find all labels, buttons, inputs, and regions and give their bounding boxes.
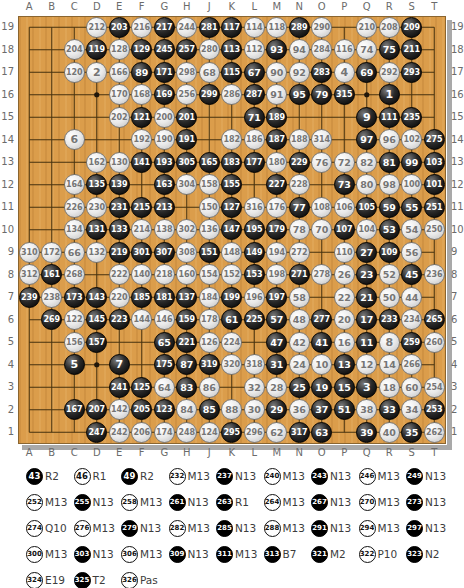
caption-move-point: N13 — [235, 470, 256, 482]
row-label-left-6: 6 — [0, 315, 14, 325]
stone-P16: 315 — [334, 84, 355, 105]
col-label-bottom-J: J — [201, 448, 217, 458]
black-move-number-badge: 237 — [216, 468, 233, 485]
black-move-number-badge: 255 — [74, 494, 91, 511]
stone-G4: 175 — [154, 354, 175, 375]
stone-G10: 138 — [154, 219, 175, 240]
stone-K17: 115 — [221, 62, 242, 83]
caption-move-297: 297N13 — [406, 520, 454, 537]
stone-M11: 176 — [266, 197, 287, 218]
black-move-number-badge: 323 — [406, 546, 423, 563]
caption-move-point: P10 — [378, 548, 398, 560]
stone-J3: 86 — [199, 377, 220, 398]
stone-O11: 108 — [311, 197, 332, 218]
row-label-right-9: 9 — [451, 247, 464, 257]
caption-move-267: 267N13 — [311, 494, 359, 511]
white-move-number-badge: 294 — [359, 520, 376, 537]
row-label-right-3: 3 — [451, 382, 464, 392]
stone-F9: 301 — [131, 242, 152, 263]
caption-move-point: N13 — [140, 522, 161, 534]
stone-R15: 111 — [379, 107, 400, 128]
col-label-bottom-N: N — [291, 448, 307, 458]
stone-G7: 181 — [154, 287, 175, 308]
white-move-number-badge: 264 — [264, 494, 281, 511]
caption-move-point: M13 — [283, 470, 305, 482]
row-label-left-16: 16 — [0, 90, 14, 100]
black-move-number-badge: 285 — [216, 520, 233, 537]
stone-N18: 94 — [289, 39, 310, 60]
stone-H7: 137 — [176, 287, 197, 308]
row-label-right-16: 16 — [451, 90, 464, 100]
black-move-number-badge: 261 — [169, 494, 186, 511]
stone-P18: 116 — [334, 39, 355, 60]
caption-move-306: 306M13 — [121, 546, 169, 563]
caption-move-point: M13 — [283, 522, 305, 534]
black-move-number-badge: 313 — [264, 546, 281, 563]
stone-C9: 66 — [64, 242, 85, 263]
stone-F19: 216 — [131, 17, 152, 38]
row-label-left-10: 10 — [0, 225, 14, 235]
caption-move-264: 264M13 — [264, 494, 312, 511]
stone-N13: 229 — [289, 152, 310, 173]
caption-move-243: 243N13 — [311, 468, 359, 485]
stone-R3: 18 — [379, 377, 400, 398]
row-label-right-5: 5 — [451, 337, 464, 347]
caption-move-294: 294M13 — [359, 520, 407, 537]
white-move-number-badge: 326 — [121, 572, 138, 588]
caption-move-258: 258M13 — [121, 494, 169, 511]
stone-J10: 136 — [199, 219, 220, 240]
white-move-number-badge: 276 — [74, 520, 91, 537]
row-label-right-7: 7 — [451, 292, 464, 302]
caption-move-point: B7 — [283, 548, 297, 560]
stone-R5: 8 — [379, 332, 400, 353]
stone-L3: 32 — [244, 377, 265, 398]
caption-move-252: 252M13 — [26, 494, 74, 511]
stone-G19: 217 — [154, 17, 175, 38]
stone-C18: 204 — [64, 39, 85, 60]
stone-G8: 218 — [154, 264, 175, 285]
stone-F7: 185 — [131, 287, 152, 308]
stone-B7: 238 — [41, 287, 62, 308]
stone-H13: 305 — [176, 152, 197, 173]
stone-Q3: 3 — [356, 377, 377, 398]
row-label-left-11: 11 — [0, 202, 14, 212]
caption-move-point: N13 — [330, 470, 351, 482]
stone-O19: 290 — [311, 17, 332, 38]
stone-P10: 107 — [334, 219, 355, 240]
stone-E12: 139 — [109, 174, 130, 195]
col-label-top-F: F — [134, 2, 150, 12]
stone-E9: 219 — [109, 242, 130, 263]
stone-L1: 296 — [244, 422, 265, 443]
black-move-number-badge: 243 — [311, 468, 328, 485]
stone-G15: 200 — [154, 107, 175, 128]
stone-S13: 99 — [401, 152, 422, 173]
caption-move-point: M13 — [140, 548, 162, 560]
caption-move-point: Pas — [140, 574, 158, 586]
caption-move-322: 322P10 — [359, 546, 407, 563]
black-move-number-badge: 273 — [406, 494, 423, 511]
caption-move-232: 232M13 — [169, 468, 217, 485]
stone-J1: 124 — [199, 422, 220, 443]
stone-S17: 293 — [401, 62, 422, 83]
stone-C17: 120 — [64, 62, 85, 83]
black-move-number-badge: 49 — [121, 468, 138, 485]
stone-N16: 95 — [289, 84, 310, 105]
stone-R19: 208 — [379, 17, 400, 38]
col-label-bottom-F: F — [134, 448, 150, 458]
stone-Q5: 11 — [356, 332, 377, 353]
col-label-top-C: C — [66, 2, 82, 12]
row-label-left-19: 19 — [0, 22, 14, 32]
stone-S5: 259 — [401, 332, 422, 353]
caption-move-point: M13 — [283, 496, 305, 508]
col-label-bottom-R: R — [381, 448, 397, 458]
caption-move-240: 240M13 — [264, 468, 312, 485]
col-label-top-G: G — [156, 2, 172, 12]
stone-K11: 127 — [221, 197, 242, 218]
black-move-number-badge: 267 — [311, 494, 328, 511]
black-move-number-badge: 303 — [74, 546, 91, 563]
caption-move-point: N2 — [425, 548, 440, 560]
caption-move-43: 43R2 — [26, 468, 74, 485]
col-label-bottom-D: D — [89, 448, 105, 458]
stone-J2: 85 — [199, 399, 220, 420]
stone-C6: 122 — [64, 309, 85, 330]
stone-E19: 203 — [109, 17, 130, 38]
stone-R14: 96 — [379, 129, 400, 150]
row-label-right-14: 14 — [451, 135, 464, 145]
stone-T12: 101 — [424, 174, 445, 195]
stone-G12: 163 — [154, 174, 175, 195]
stone-T10: 250 — [424, 219, 445, 240]
row-label-right-17: 17 — [451, 67, 464, 77]
col-label-top-T: T — [426, 2, 442, 12]
stone-T8: 236 — [424, 264, 445, 285]
stone-R13: 81 — [379, 152, 400, 173]
stone-G5: 65 — [154, 332, 175, 353]
caption-move-291: 291N13 — [311, 520, 359, 537]
caption-move-237: 237N13 — [216, 468, 264, 485]
stone-N11: 77 — [289, 197, 310, 218]
stone-P2: 51 — [334, 399, 355, 420]
row-label-left-14: 14 — [0, 135, 14, 145]
stone-J5: 126 — [199, 332, 220, 353]
stone-D7: 143 — [86, 287, 107, 308]
stone-Q13: 82 — [356, 152, 377, 173]
stone-N5: 42 — [289, 332, 310, 353]
caption-move-303: 303N13 — [74, 546, 122, 563]
stone-J16: 299 — [199, 84, 220, 105]
stone-H15: 201 — [176, 107, 197, 128]
caption-move-323: 323N2 — [406, 546, 454, 563]
stone-R18: 75 — [379, 39, 400, 60]
row-label-left-13: 13 — [0, 157, 14, 167]
stone-E7: 220 — [109, 287, 130, 308]
stone-T3: 254 — [424, 377, 445, 398]
caption-move-321: 321M2 — [311, 546, 359, 563]
stone-R2: 33 — [379, 399, 400, 420]
stone-G9: 307 — [154, 242, 175, 263]
caption-row-1: 43R246R149R2232M13237N13240M13243N13246M… — [26, 464, 464, 488]
col-label-bottom-L: L — [246, 448, 262, 458]
stone-P17: 4 — [334, 62, 355, 83]
stone-C11: 226 — [64, 197, 85, 218]
stone-K9: 148 — [221, 242, 242, 263]
stone-L16: 287 — [244, 84, 265, 105]
stone-J7: 184 — [199, 287, 220, 308]
caption-move-point: N13 — [188, 496, 209, 508]
stone-G2: 123 — [154, 399, 175, 420]
white-move-number-badge: 232 — [169, 468, 186, 485]
star-point-Q16 — [364, 92, 369, 97]
stone-G18: 245 — [154, 39, 175, 60]
stone-E1: 242 — [109, 422, 130, 443]
col-label-bottom-Q: Q — [359, 448, 375, 458]
col-label-top-O: O — [314, 2, 330, 12]
col-label-top-D: D — [89, 2, 105, 12]
stone-R9: 109 — [379, 242, 400, 263]
caption-move-255: 255N13 — [74, 494, 122, 511]
caption-row-2: 252M13255N13258M13261N13263R1264M13267N1… — [26, 490, 464, 514]
stone-C8: 268 — [64, 264, 85, 285]
stone-R6: 233 — [379, 309, 400, 330]
stone-P12: 73 — [334, 174, 355, 195]
stone-T13: 103 — [424, 152, 445, 173]
row-label-right-12: 12 — [451, 180, 464, 190]
stone-P9: 110 — [334, 242, 355, 263]
stone-G16: 169 — [154, 84, 175, 105]
stone-C7: 173 — [64, 287, 85, 308]
black-move-number-badge: 249 — [406, 468, 423, 485]
stone-P3: 15 — [334, 377, 355, 398]
caption-move-point: M13 — [140, 496, 162, 508]
col-label-top-Q: Q — [359, 2, 375, 12]
row-label-left-5: 5 — [0, 337, 14, 347]
stone-G6: 146 — [154, 309, 175, 330]
caption-move-point: R1 — [235, 496, 249, 508]
stone-C10: 134 — [64, 219, 85, 240]
stone-F17: 89 — [131, 62, 152, 83]
stone-G13: 193 — [154, 152, 175, 173]
caption-move-276: 276M13 — [74, 520, 122, 537]
white-move-number-badge: 306 — [121, 546, 138, 563]
row-label-right-10: 10 — [451, 225, 464, 235]
stone-S1: 35 — [401, 422, 422, 443]
black-move-number-badge: 311 — [216, 546, 233, 563]
stone-N6: 48 — [289, 309, 310, 330]
stone-O1: 63 — [311, 422, 332, 443]
stone-M5: 47 — [266, 332, 287, 353]
caption-move-279: 279N13 — [121, 520, 169, 537]
stone-H19: 244 — [176, 17, 197, 38]
caption-move-point: R1 — [93, 470, 107, 482]
caption-move-313: 313B7 — [264, 546, 312, 563]
stone-M7: 197 — [266, 287, 287, 308]
black-move-number-badge: 325 — [74, 572, 91, 588]
stone-N17: 92 — [289, 62, 310, 83]
caption-move-point: M13 — [45, 548, 67, 560]
col-label-top-K: K — [224, 2, 240, 12]
stone-R10: 53 — [379, 219, 400, 240]
col-label-bottom-S: S — [404, 448, 420, 458]
stone-Q7: 21 — [356, 287, 377, 308]
black-move-number-badge: 263 — [216, 494, 233, 511]
stone-D9: 132 — [86, 242, 107, 263]
stone-A7: 239 — [19, 287, 40, 308]
stone-B9: 172 — [41, 242, 62, 263]
stone-H17: 298 — [176, 62, 197, 83]
white-move-number-badge: 240 — [264, 468, 281, 485]
row-label-left-18: 18 — [0, 45, 14, 55]
stone-L7: 196 — [244, 287, 265, 308]
caption-move-249: 249N13 — [406, 468, 454, 485]
stone-M17: 90 — [266, 62, 287, 83]
col-label-top-L: L — [246, 2, 262, 12]
stone-F13: 141 — [131, 152, 152, 173]
stone-J19: 281 — [199, 17, 220, 38]
col-label-bottom-K: K — [224, 448, 240, 458]
star-point-D16 — [94, 92, 99, 97]
caption-move-point: M13 — [45, 496, 67, 508]
stone-R11: 59 — [379, 197, 400, 218]
col-label-top-M: M — [269, 2, 285, 12]
stone-D11: 230 — [86, 197, 107, 218]
stone-L13: 177 — [244, 152, 265, 173]
black-move-number-badge: 291 — [311, 520, 328, 537]
stone-E18: 128 — [109, 39, 130, 60]
row-label-right-19: 19 — [451, 22, 464, 32]
col-label-bottom-T: T — [426, 448, 442, 458]
stone-H5: 221 — [176, 332, 197, 353]
caption-move-285: 285N13 — [216, 520, 264, 537]
stone-J4: 319 — [199, 354, 220, 375]
white-move-number-badge: 300 — [26, 546, 43, 563]
caption-move-263: 263R1 — [216, 494, 264, 511]
stone-L4: 318 — [244, 354, 265, 375]
stone-J8: 154 — [199, 264, 220, 285]
stone-S9: 56 — [401, 242, 422, 263]
col-label-top-R: R — [381, 2, 397, 12]
col-label-top-N: N — [291, 2, 307, 12]
stone-C12: 164 — [64, 174, 85, 195]
stone-N7: 58 — [289, 287, 310, 308]
caption-move-point: N13 — [188, 548, 209, 560]
stone-F15: 121 — [131, 107, 152, 128]
caption-move-point: M13 — [188, 522, 210, 534]
stone-C14: 6 — [64, 129, 85, 150]
move-caption-list: 43R246R149R2232M13237N13240M13243N13246M… — [0, 460, 464, 588]
stone-C5: 156 — [64, 332, 85, 353]
col-label-bottom-M: M — [269, 448, 285, 458]
stone-C2: 167 — [64, 399, 85, 420]
stone-R17: 292 — [379, 62, 400, 83]
stone-L15: 71 — [244, 107, 265, 128]
col-label-top-E: E — [111, 2, 127, 12]
caption-move-274: 274Q10 — [26, 520, 74, 537]
stone-K13: 183 — [221, 152, 242, 173]
col-label-top-H: H — [179, 2, 195, 12]
row-label-right-18: 18 — [451, 45, 464, 55]
stone-L10: 195 — [244, 219, 265, 240]
col-label-bottom-O: O — [314, 448, 330, 458]
col-label-bottom-G: G — [156, 448, 172, 458]
stone-Q19: 210 — [356, 17, 377, 38]
caption-move-325: 325T2 — [74, 572, 122, 588]
col-label-top-A: A — [21, 2, 37, 12]
stone-F1: 206 — [131, 422, 152, 443]
white-move-number-badge: 270 — [359, 494, 376, 511]
stone-E6: 223 — [109, 309, 130, 330]
stone-K7: 199 — [221, 287, 242, 308]
stone-R7: 50 — [379, 287, 400, 308]
stone-N14: 188 — [289, 129, 310, 150]
stone-R4: 14 — [379, 354, 400, 375]
caption-move-point: M13 — [378, 470, 400, 482]
white-move-number-badge: 274 — [26, 520, 43, 537]
stone-L18: 112 — [244, 39, 265, 60]
row-label-left-3: 3 — [0, 382, 14, 392]
stone-L11: 316 — [244, 197, 265, 218]
caption-row-5: 324E19325T2326Pas — [26, 568, 464, 588]
black-move-number-badge: 297 — [406, 520, 423, 537]
stone-Q15: 9 — [356, 107, 377, 128]
stone-P5: 16 — [334, 332, 355, 353]
stone-A8: 312 — [19, 264, 40, 285]
stone-E3: 241 — [109, 377, 130, 398]
col-label-bottom-H: H — [179, 448, 195, 458]
stone-N1: 317 — [289, 422, 310, 443]
white-move-number-badge: 258 — [121, 494, 138, 511]
stone-E4: 7 — [109, 354, 130, 375]
stone-F11: 215 — [131, 197, 152, 218]
stone-N8: 271 — [289, 264, 310, 285]
row-label-left-1: 1 — [0, 427, 14, 437]
stone-P8: 26 — [334, 264, 355, 285]
stone-S15: 235 — [401, 107, 422, 128]
caption-move-point: T2 — [93, 574, 106, 586]
stone-M13: 180 — [266, 152, 287, 173]
caption-move-324: 324E19 — [26, 572, 74, 588]
stone-G11: 213 — [154, 197, 175, 218]
black-move-number-badge: 321 — [311, 546, 328, 563]
col-label-top-S: S — [404, 2, 420, 12]
stone-P4: 13 — [334, 354, 355, 375]
stone-T14: 275 — [424, 129, 445, 150]
black-move-number-badge: 309 — [169, 546, 186, 563]
caption-move-point: N13 — [425, 470, 446, 482]
col-label-bottom-E: E — [111, 448, 127, 458]
stone-M3: 28 — [266, 377, 287, 398]
black-move-number-badge: 43 — [26, 468, 43, 485]
caption-move-311: 311M13 — [216, 546, 264, 563]
stone-M9: 194 — [266, 242, 287, 263]
stone-E2: 142 — [109, 399, 130, 420]
black-move-number-badge: 279 — [121, 520, 138, 537]
stone-Q17: 69 — [356, 62, 377, 83]
stone-F3: 125 — [131, 377, 152, 398]
stone-P13: 72 — [334, 152, 355, 173]
stone-H1: 248 — [176, 422, 197, 443]
stone-D19: 212 — [86, 17, 107, 38]
stone-P11: 106 — [334, 197, 355, 218]
caption-move-point: M13 — [93, 522, 115, 534]
stone-S11: 55 — [401, 197, 422, 218]
caption-move-point: N13 — [425, 522, 446, 534]
caption-move-point: E19 — [45, 574, 65, 586]
col-label-top-B: B — [44, 2, 60, 12]
